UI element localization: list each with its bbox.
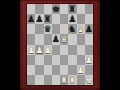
black-rook[interactable]: ♜ — [44, 14, 52, 24]
white-bishop[interactable]: ♝ — [77, 24, 85, 34]
white-pawn[interactable]: ♟ — [77, 65, 85, 75]
black-queen[interactable]: ♛ — [44, 24, 52, 34]
square-d8[interactable]: ♚ — [52, 4, 60, 14]
square-e3[interactable] — [60, 55, 68, 65]
square-a6[interactable] — [27, 24, 35, 34]
square-d4[interactable] — [52, 45, 60, 55]
white-pawn[interactable]: ♟ — [44, 45, 52, 55]
square-e5[interactable]: ♛ — [60, 34, 68, 44]
square-g3[interactable] — [77, 55, 85, 65]
square-f4[interactable] — [68, 45, 76, 55]
square-g7[interactable] — [77, 14, 85, 24]
square-a4[interactable]: ♟ — [27, 45, 35, 55]
square-e7[interactable] — [60, 14, 68, 24]
square-a1[interactable] — [27, 75, 35, 85]
square-e6[interactable] — [60, 24, 68, 34]
square-b4[interactable]: ♟ — [35, 45, 43, 55]
app-background: ♚♜♟♟♜♟♛♞♝♟♟♛♟♟♟♟♟♜♜♚ — [0, 0, 120, 90]
square-h1[interactable]: ♚ — [85, 75, 93, 85]
square-d5[interactable]: ♟ — [52, 34, 60, 44]
white-pawn[interactable]: ♟ — [85, 55, 93, 65]
square-h2[interactable] — [85, 65, 93, 75]
square-h7[interactable] — [85, 14, 93, 24]
black-knight[interactable]: ♞ — [68, 24, 76, 34]
black-pawn[interactable]: ♟ — [85, 24, 93, 34]
square-h4[interactable] — [85, 45, 93, 55]
square-c4[interactable]: ♟ — [44, 45, 52, 55]
square-a3[interactable] — [27, 55, 35, 65]
square-f6[interactable]: ♞ — [68, 24, 76, 34]
square-c7[interactable]: ♜ — [44, 14, 52, 24]
square-a8[interactable] — [27, 4, 35, 14]
square-h6[interactable]: ♟ — [85, 24, 93, 34]
square-f1[interactable]: ♜ — [68, 75, 76, 85]
square-d2[interactable] — [52, 65, 60, 75]
square-b3[interactable] — [35, 55, 43, 65]
square-h3[interactable]: ♟ — [85, 55, 93, 65]
square-g2[interactable]: ♟ — [77, 65, 85, 75]
square-g4[interactable] — [77, 45, 85, 55]
square-g6[interactable]: ♝ — [77, 24, 85, 34]
square-g5[interactable] — [77, 34, 85, 44]
square-a7[interactable]: ♟ — [27, 14, 35, 24]
square-f2[interactable] — [68, 65, 76, 75]
square-d1[interactable] — [52, 75, 60, 85]
square-e8[interactable] — [60, 4, 68, 14]
white-rook[interactable]: ♜ — [68, 75, 76, 85]
chess-board: ♚♜♟♟♜♟♛♞♝♟♟♛♟♟♟♟♟♜♜♚ — [27, 4, 93, 85]
black-pawn[interactable]: ♟ — [68, 14, 76, 24]
white-pawn[interactable]: ♟ — [35, 45, 43, 55]
square-b6[interactable] — [35, 24, 43, 34]
black-pawn[interactable]: ♟ — [35, 14, 43, 24]
black-rook[interactable]: ♜ — [68, 4, 76, 14]
square-c5[interactable] — [44, 34, 52, 44]
square-e1[interactable]: ♜ — [60, 75, 68, 85]
square-a5[interactable] — [27, 34, 35, 44]
square-b1[interactable] — [35, 75, 43, 85]
square-c8[interactable] — [44, 4, 52, 14]
square-b5[interactable] — [35, 34, 43, 44]
white-queen[interactable]: ♛ — [60, 34, 68, 44]
square-a2[interactable] — [27, 65, 35, 75]
square-b7[interactable]: ♟ — [35, 14, 43, 24]
square-c1[interactable] — [44, 75, 52, 85]
square-c6[interactable]: ♛ — [44, 24, 52, 34]
square-h8[interactable] — [85, 4, 93, 14]
white-king[interactable]: ♚ — [85, 75, 93, 85]
square-c3[interactable] — [44, 55, 52, 65]
square-f7[interactable]: ♟ — [68, 14, 76, 24]
square-d6[interactable] — [52, 24, 60, 34]
square-c2[interactable] — [44, 65, 52, 75]
square-f5[interactable] — [68, 34, 76, 44]
square-d3[interactable] — [52, 55, 60, 65]
square-d7[interactable] — [52, 14, 60, 24]
black-king[interactable]: ♚ — [52, 4, 60, 14]
square-h5[interactable] — [85, 34, 93, 44]
square-e4[interactable] — [60, 45, 68, 55]
square-f8[interactable]: ♜ — [68, 4, 76, 14]
square-g8[interactable] — [77, 4, 85, 14]
black-pawn[interactable]: ♟ — [52, 34, 60, 44]
white-rook[interactable]: ♜ — [60, 75, 68, 85]
black-pawn[interactable]: ♟ — [27, 14, 35, 24]
white-pawn[interactable]: ♟ — [27, 45, 35, 55]
square-f3[interactable] — [68, 55, 76, 65]
board-frame: ♚♜♟♟♜♟♛♞♝♟♟♛♟♟♟♟♟♜♜♚ — [20, 0, 100, 90]
square-g1[interactable] — [77, 75, 85, 85]
square-e2[interactable] — [60, 65, 68, 75]
square-b2[interactable] — [35, 65, 43, 75]
square-b8[interactable] — [35, 4, 43, 14]
